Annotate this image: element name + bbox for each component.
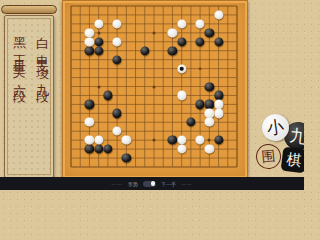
black-player-rank: 六段 bbox=[13, 73, 26, 85]
star-point bbox=[153, 85, 156, 88]
next-move-label[interactable]: 下一手 bbox=[161, 181, 176, 187]
bar-dash-left: —— bbox=[111, 181, 123, 187]
black-side-label: 黑 bbox=[13, 27, 26, 33]
bottom-control-bar: —— 形势 下一手 —— bbox=[0, 177, 304, 190]
bar-dash-right: —— bbox=[181, 181, 193, 187]
black-player-name: 王星昊 bbox=[13, 44, 26, 62]
scroll-rod bbox=[1, 5, 57, 14]
board-grid[interactable] bbox=[71, 6, 237, 167]
star-point bbox=[97, 31, 100, 34]
white-player-name: 申旻埈 bbox=[36, 44, 49, 62]
white-player-column: 白 申旻埈 九段 bbox=[34, 27, 51, 85]
logo-black-square: 棋 bbox=[281, 147, 304, 174]
star-point bbox=[153, 139, 156, 142]
app-logo: 小 九 围 棋 bbox=[248, 108, 304, 178]
last-move-marker bbox=[180, 67, 183, 70]
player-panel: 黑 王星昊 六段 白 申旻埈 九段 bbox=[4, 15, 54, 178]
marker-dot bbox=[199, 67, 202, 70]
white-side-label: 白 bbox=[36, 27, 49, 33]
logo-outline-circle: 围 bbox=[255, 143, 282, 170]
star-point bbox=[208, 139, 211, 142]
app-screen: { "game": "go", "board": { "size": 19, "… bbox=[0, 0, 304, 190]
star-point bbox=[97, 85, 100, 88]
go-board[interactable] bbox=[62, 0, 248, 179]
star-point bbox=[153, 31, 156, 34]
black-player-column: 黑 王星昊 六段 bbox=[11, 27, 28, 85]
white-player-rank: 九段 bbox=[36, 73, 49, 85]
situation-label[interactable]: 形势 bbox=[128, 181, 138, 187]
mode-toggle[interactable] bbox=[143, 181, 156, 187]
toggle-knob[interactable] bbox=[151, 181, 156, 186]
